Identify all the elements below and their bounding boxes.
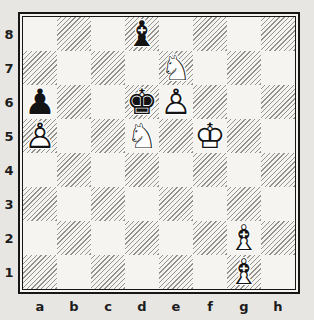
rank-label-2: 2 <box>2 221 16 255</box>
square-d6[interactable]: ♚♚ <box>125 85 159 119</box>
rank-label-4: 4 <box>2 153 16 187</box>
square-a6[interactable]: ♟♟ <box>23 85 57 119</box>
file-label-g: g <box>227 296 261 316</box>
square-c5[interactable] <box>91 119 125 153</box>
square-b4[interactable] <box>57 153 91 187</box>
square-c1[interactable] <box>91 255 125 289</box>
file-label-d: d <box>125 296 159 316</box>
square-d4[interactable] <box>125 153 159 187</box>
rank-labels: 87654321 <box>2 17 16 289</box>
square-f5[interactable]: ♚♔ <box>193 119 227 153</box>
piece-white-bishop-g1[interactable]: ♝♗ <box>227 255 261 289</box>
rank-label-7: 7 <box>2 51 16 85</box>
chess-board: ♝♝♞♘♟♟♚♚♟♙♟♙♞♘♚♔♝♗♝♗ <box>22 16 296 290</box>
square-a4[interactable] <box>23 153 57 187</box>
square-e4[interactable] <box>159 153 193 187</box>
piece-black-king-d6[interactable]: ♚♚ <box>125 85 159 119</box>
square-b8[interactable] <box>57 17 91 51</box>
piece-glyph: ♙ <box>159 85 193 119</box>
piece-glyph: ♔ <box>193 119 227 153</box>
piece-glyph: ♟ <box>23 85 57 119</box>
square-a1[interactable] <box>23 255 57 289</box>
square-c8[interactable] <box>91 17 125 51</box>
square-h7[interactable] <box>261 51 295 85</box>
square-b5[interactable] <box>57 119 91 153</box>
square-f7[interactable] <box>193 51 227 85</box>
rank-label-1: 1 <box>2 255 16 289</box>
square-g4[interactable] <box>227 153 261 187</box>
piece-white-pawn-a5[interactable]: ♟♙ <box>23 119 57 153</box>
square-h1[interactable] <box>261 255 295 289</box>
square-g2[interactable]: ♝♗ <box>227 221 261 255</box>
file-label-h: h <box>261 296 295 316</box>
piece-white-bishop-g2[interactable]: ♝♗ <box>227 221 261 255</box>
file-label-b: b <box>57 296 91 316</box>
square-g8[interactable] <box>227 17 261 51</box>
square-b1[interactable] <box>57 255 91 289</box>
rank-label-5: 5 <box>2 119 16 153</box>
square-d7[interactable] <box>125 51 159 85</box>
square-c3[interactable] <box>91 187 125 221</box>
rank-label-6: 6 <box>2 85 16 119</box>
file-label-c: c <box>91 296 125 316</box>
board-frame: ♝♝♞♘♟♟♚♚♟♙♟♙♞♘♚♔♝♗♝♗ <box>18 12 300 294</box>
square-g1[interactable]: ♝♗ <box>227 255 261 289</box>
square-b7[interactable] <box>57 51 91 85</box>
file-label-a: a <box>23 296 57 316</box>
square-e6[interactable]: ♟♙ <box>159 85 193 119</box>
square-e5[interactable] <box>159 119 193 153</box>
piece-white-pawn-e6[interactable]: ♟♙ <box>159 85 193 119</box>
square-e8[interactable] <box>159 17 193 51</box>
piece-glyph: ♘ <box>159 51 193 85</box>
file-label-e: e <box>159 296 193 316</box>
square-c7[interactable] <box>91 51 125 85</box>
square-f8[interactable] <box>193 17 227 51</box>
square-a5[interactable]: ♟♙ <box>23 119 57 153</box>
square-f1[interactable] <box>193 255 227 289</box>
square-e1[interactable] <box>159 255 193 289</box>
rank-label-3: 3 <box>2 187 16 221</box>
square-a8[interactable] <box>23 17 57 51</box>
square-f4[interactable] <box>193 153 227 187</box>
square-a3[interactable] <box>23 187 57 221</box>
square-a2[interactable] <box>23 221 57 255</box>
piece-white-king-f5[interactable]: ♚♔ <box>193 119 227 153</box>
square-h6[interactable] <box>261 85 295 119</box>
square-g5[interactable] <box>227 119 261 153</box>
piece-white-knight-e7[interactable]: ♞♘ <box>159 51 193 85</box>
square-h2[interactable] <box>261 221 295 255</box>
piece-black-pawn-a6[interactable]: ♟♟ <box>23 85 57 119</box>
square-f6[interactable] <box>193 85 227 119</box>
piece-black-bishop-d8[interactable]: ♝♝ <box>125 17 159 51</box>
square-d8[interactable]: ♝♝ <box>125 17 159 51</box>
file-label-f: f <box>193 296 227 316</box>
piece-white-knight-d5[interactable]: ♞♘ <box>125 119 159 153</box>
rank-label-8: 8 <box>2 17 16 51</box>
square-b2[interactable] <box>57 221 91 255</box>
square-h8[interactable] <box>261 17 295 51</box>
piece-glyph: ♝ <box>125 17 159 51</box>
square-c2[interactable] <box>91 221 125 255</box>
square-g7[interactable] <box>227 51 261 85</box>
square-g3[interactable] <box>227 187 261 221</box>
square-b6[interactable] <box>57 85 91 119</box>
square-e2[interactable] <box>159 221 193 255</box>
square-d1[interactable] <box>125 255 159 289</box>
file-labels: abcdefgh <box>23 296 295 316</box>
square-h5[interactable] <box>261 119 295 153</box>
piece-glyph: ♗ <box>227 221 261 255</box>
piece-glyph: ♘ <box>125 119 159 153</box>
square-f3[interactable] <box>193 187 227 221</box>
piece-glyph: ♚ <box>125 85 159 119</box>
piece-glyph: ♗ <box>227 255 261 289</box>
square-d2[interactable] <box>125 221 159 255</box>
square-c6[interactable] <box>91 85 125 119</box>
chess-diagram: 87654321 ♝♝♞♘♟♟♚♚♟♙♟♙♞♘♚♔♝♗♝♗ abcdefgh <box>0 0 314 320</box>
square-d5[interactable]: ♞♘ <box>125 119 159 153</box>
piece-glyph: ♙ <box>23 119 57 153</box>
square-e7[interactable]: ♞♘ <box>159 51 193 85</box>
square-c4[interactable] <box>91 153 125 187</box>
square-g6[interactable] <box>227 85 261 119</box>
square-a7[interactable] <box>23 51 57 85</box>
square-f2[interactable] <box>193 221 227 255</box>
square-e3[interactable] <box>159 187 193 221</box>
square-b3[interactable] <box>57 187 91 221</box>
square-d3[interactable] <box>125 187 159 221</box>
square-h3[interactable] <box>261 187 295 221</box>
square-h4[interactable] <box>261 153 295 187</box>
